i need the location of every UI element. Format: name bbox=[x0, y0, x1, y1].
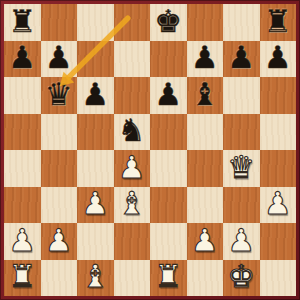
white-rook[interactable]: ♜ bbox=[154, 261, 182, 292]
square-c6[interactable]: ♟ bbox=[77, 77, 114, 114]
square-b4[interactable] bbox=[41, 150, 78, 187]
black-rook[interactable]: ♜ bbox=[264, 6, 292, 37]
square-b7[interactable]: ♟ bbox=[41, 41, 78, 78]
white-king[interactable]: ♚ bbox=[227, 261, 255, 292]
black-king[interactable]: ♚ bbox=[154, 6, 182, 37]
white-pawn[interactable]: ♟ bbox=[264, 188, 292, 219]
square-e6[interactable]: ♟ bbox=[150, 77, 187, 114]
square-c5[interactable] bbox=[77, 114, 114, 151]
square-h5[interactable] bbox=[260, 114, 297, 151]
square-h1[interactable] bbox=[260, 260, 297, 297]
square-e3[interactable] bbox=[150, 187, 187, 224]
white-queen[interactable]: ♛ bbox=[227, 152, 255, 183]
square-h4[interactable] bbox=[260, 150, 297, 187]
white-pawn[interactable]: ♟ bbox=[191, 225, 219, 256]
black-pawn[interactable]: ♟ bbox=[154, 79, 182, 110]
square-g7[interactable]: ♟ bbox=[223, 41, 260, 78]
square-g4[interactable]: ♛ bbox=[223, 150, 260, 187]
white-pawn[interactable]: ♟ bbox=[81, 188, 109, 219]
black-rook[interactable]: ♜ bbox=[8, 6, 36, 37]
square-c2[interactable] bbox=[77, 223, 114, 260]
square-a4[interactable] bbox=[4, 150, 41, 187]
square-f7[interactable]: ♟ bbox=[187, 41, 224, 78]
square-d1[interactable] bbox=[114, 260, 151, 297]
square-g6[interactable] bbox=[223, 77, 260, 114]
square-g1[interactable]: ♚ bbox=[223, 260, 260, 297]
square-d5[interactable]: ♞ bbox=[114, 114, 151, 151]
square-e7[interactable] bbox=[150, 41, 187, 78]
square-c3[interactable]: ♟ bbox=[77, 187, 114, 224]
black-pawn[interactable]: ♟ bbox=[264, 42, 292, 73]
square-b6[interactable]: ♛ bbox=[41, 77, 78, 114]
square-f3[interactable] bbox=[187, 187, 224, 224]
square-b3[interactable] bbox=[41, 187, 78, 224]
square-g5[interactable] bbox=[223, 114, 260, 151]
square-b1[interactable] bbox=[41, 260, 78, 297]
square-f2[interactable]: ♟ bbox=[187, 223, 224, 260]
white-bishop[interactable]: ♝ bbox=[118, 188, 146, 219]
square-g8[interactable] bbox=[223, 4, 260, 41]
black-pawn[interactable]: ♟ bbox=[81, 79, 109, 110]
square-f4[interactable] bbox=[187, 150, 224, 187]
black-queen[interactable]: ♛ bbox=[45, 79, 73, 110]
square-h8[interactable]: ♜ bbox=[260, 4, 297, 41]
square-h3[interactable]: ♟ bbox=[260, 187, 297, 224]
square-f6[interactable]: ♝ bbox=[187, 77, 224, 114]
square-c8[interactable] bbox=[77, 4, 114, 41]
square-c1[interactable]: ♝ bbox=[77, 260, 114, 297]
square-d4[interactable]: ♟ bbox=[114, 150, 151, 187]
square-a5[interactable] bbox=[4, 114, 41, 151]
square-b8[interactable] bbox=[41, 4, 78, 41]
square-f1[interactable] bbox=[187, 260, 224, 297]
square-a1[interactable]: ♜ bbox=[4, 260, 41, 297]
square-e8[interactable]: ♚ bbox=[150, 4, 187, 41]
black-pawn[interactable]: ♟ bbox=[227, 42, 255, 73]
square-h7[interactable]: ♟ bbox=[260, 41, 297, 78]
black-knight[interactable]: ♞ bbox=[118, 115, 146, 146]
square-d3[interactable]: ♝ bbox=[114, 187, 151, 224]
square-a2[interactable]: ♟ bbox=[4, 223, 41, 260]
black-bishop[interactable]: ♝ bbox=[191, 79, 219, 110]
square-a8[interactable]: ♜ bbox=[4, 4, 41, 41]
square-h6[interactable] bbox=[260, 77, 297, 114]
white-rook[interactable]: ♜ bbox=[8, 261, 36, 292]
square-b2[interactable]: ♟ bbox=[41, 223, 78, 260]
white-pawn[interactable]: ♟ bbox=[118, 152, 146, 183]
white-bishop[interactable]: ♝ bbox=[81, 261, 109, 292]
square-e2[interactable] bbox=[150, 223, 187, 260]
board-frame: ♜♚♜♟♟♟♟♟♛♟♟♝♞♟♛♟♝♟♟♟♟♟♜♝♜♚ bbox=[0, 0, 300, 300]
square-b5[interactable] bbox=[41, 114, 78, 151]
chess-board: ♜♚♜♟♟♟♟♟♛♟♟♝♞♟♛♟♝♟♟♟♟♟♜♝♜♚ bbox=[4, 4, 296, 296]
white-pawn[interactable]: ♟ bbox=[8, 225, 36, 256]
square-c4[interactable] bbox=[77, 150, 114, 187]
square-d7[interactable] bbox=[114, 41, 151, 78]
square-d8[interactable] bbox=[114, 4, 151, 41]
square-h2[interactable] bbox=[260, 223, 297, 260]
white-pawn[interactable]: ♟ bbox=[45, 225, 73, 256]
black-pawn[interactable]: ♟ bbox=[45, 42, 73, 73]
square-e5[interactable] bbox=[150, 114, 187, 151]
square-c7[interactable] bbox=[77, 41, 114, 78]
square-a7[interactable]: ♟ bbox=[4, 41, 41, 78]
square-g2[interactable]: ♟ bbox=[223, 223, 260, 260]
square-g3[interactable] bbox=[223, 187, 260, 224]
square-f8[interactable] bbox=[187, 4, 224, 41]
square-e1[interactable]: ♜ bbox=[150, 260, 187, 297]
square-e4[interactable] bbox=[150, 150, 187, 187]
square-a3[interactable] bbox=[4, 187, 41, 224]
white-pawn[interactable]: ♟ bbox=[227, 225, 255, 256]
square-f5[interactable] bbox=[187, 114, 224, 151]
square-d2[interactable] bbox=[114, 223, 151, 260]
square-d6[interactable] bbox=[114, 77, 151, 114]
black-pawn[interactable]: ♟ bbox=[191, 42, 219, 73]
black-pawn[interactable]: ♟ bbox=[8, 42, 36, 73]
square-a6[interactable] bbox=[4, 77, 41, 114]
